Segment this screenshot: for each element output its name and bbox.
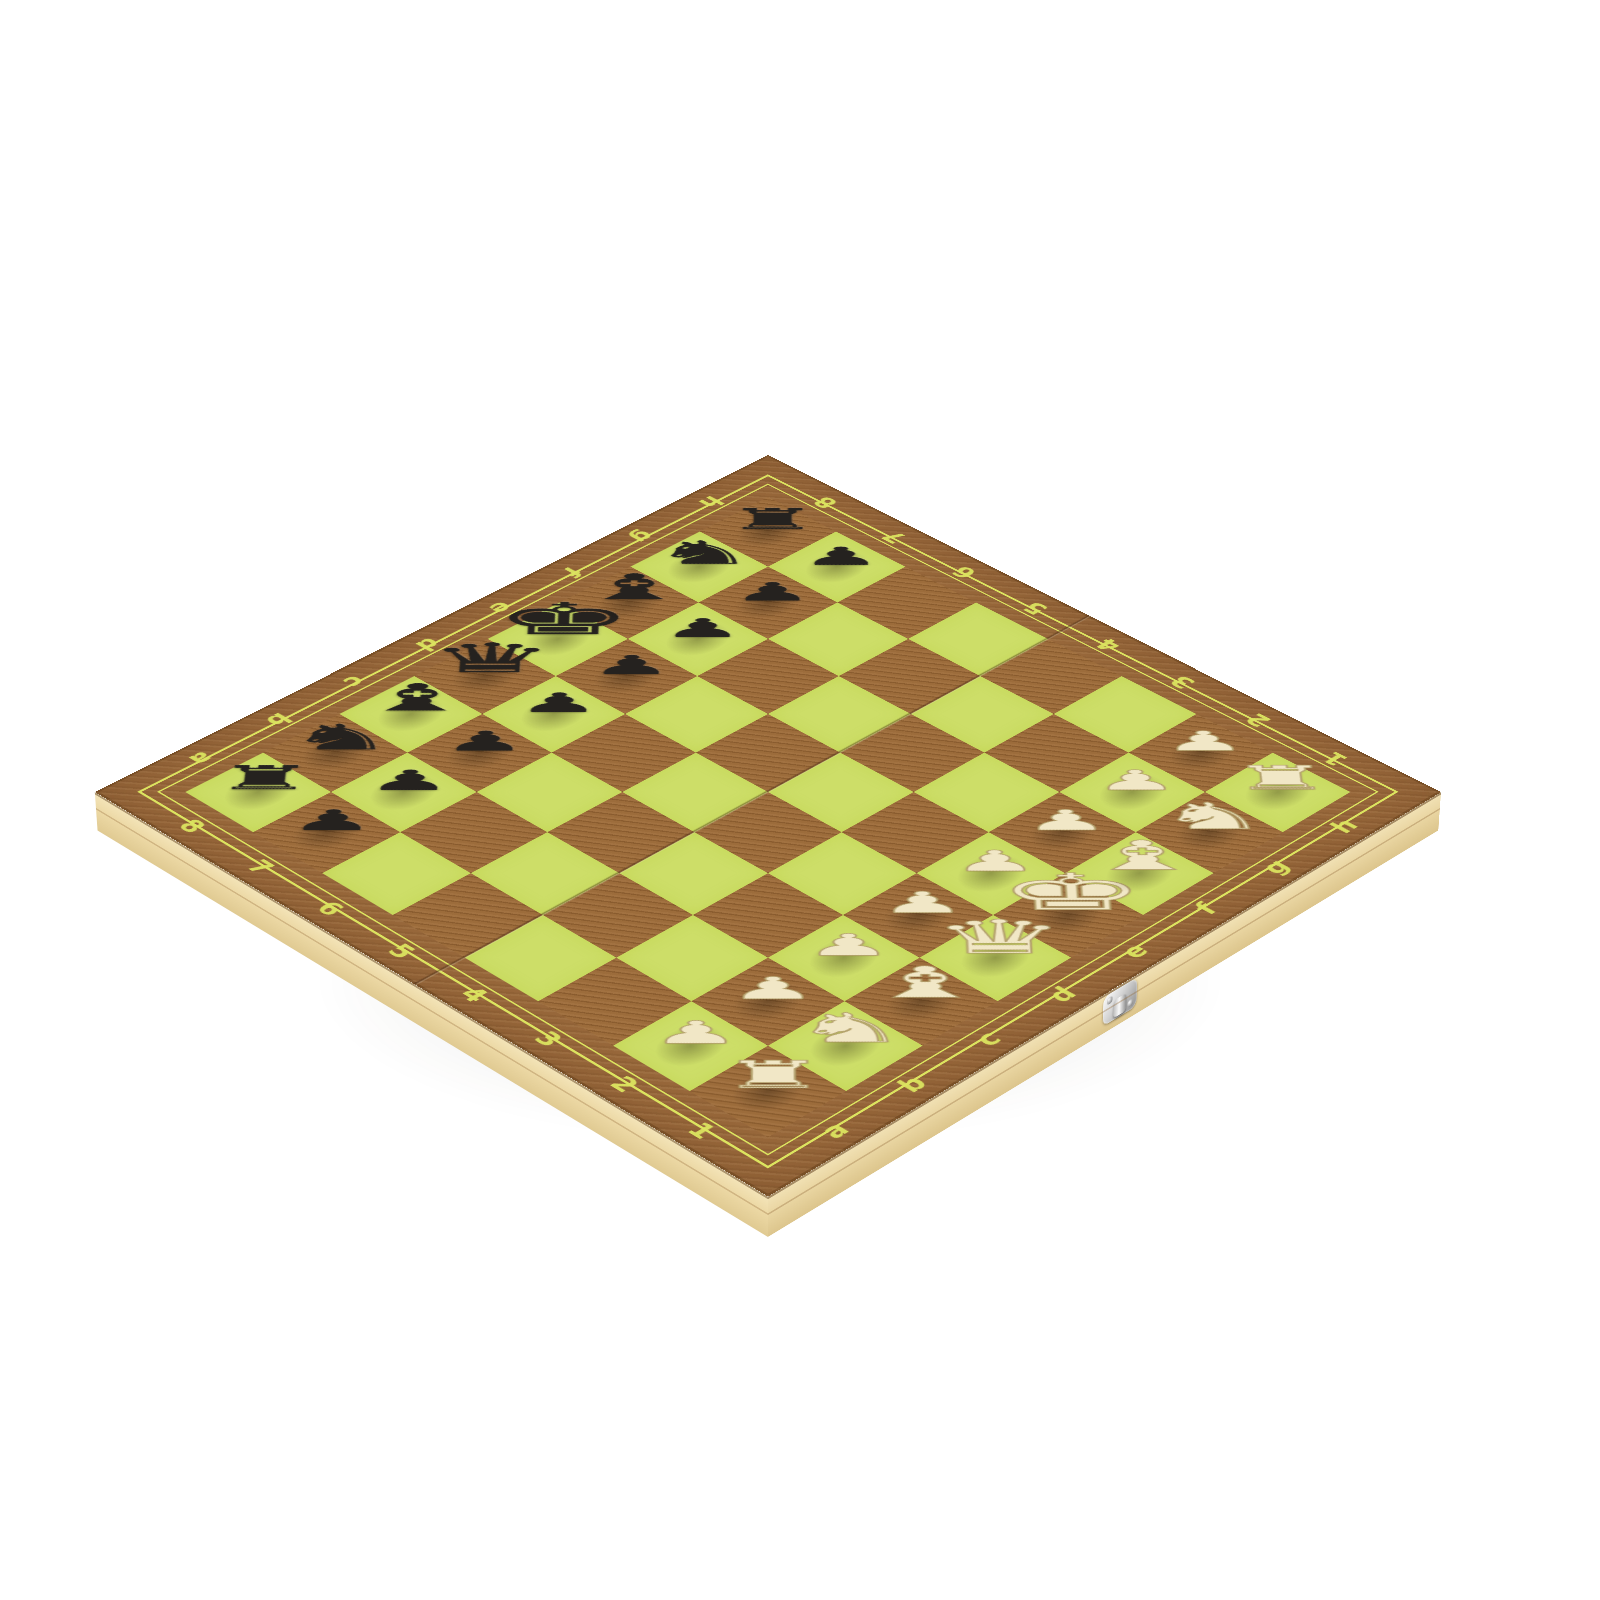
white-rook-icon: ♜ bbox=[1030, 761, 1532, 794]
latch-screw-icon bbox=[1107, 995, 1113, 1005]
latch-screw-icon bbox=[1127, 998, 1133, 1008]
black-pawn-icon: ♟ bbox=[236, 728, 732, 755]
black-pawn-icon: ♟ bbox=[605, 544, 1077, 569]
white-pawn-icon: ♟ bbox=[956, 728, 1453, 755]
pieces-layer: ♜♞♝♛♚♝♞♜♟♟♟♟♟♟♟♟♟♟♟♟♟♟♟♟♜♞♝♛♚♝♞♜ bbox=[95, 455, 768, 792]
latch-pin bbox=[1113, 993, 1126, 1019]
black-pawn-icon: ♟ bbox=[158, 767, 659, 795]
black-rook-icon: ♜ bbox=[538, 505, 1006, 534]
product-photo-scene: 8877665544332211aabbccddeeffgghh ♜♞♝♛♚♝♞… bbox=[0, 0, 1600, 1600]
